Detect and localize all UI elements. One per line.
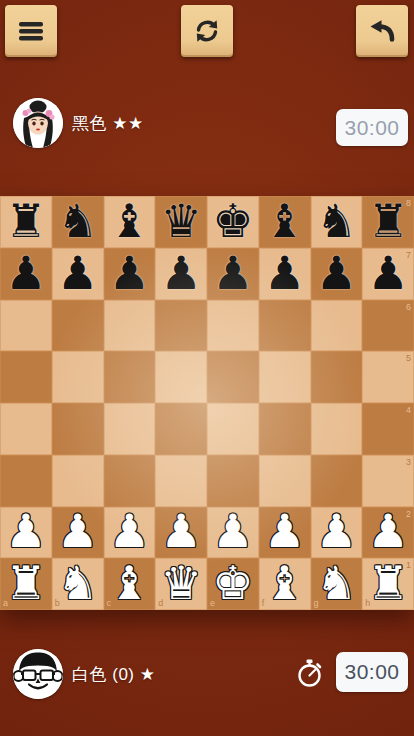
square-d4[interactable] (155, 403, 207, 455)
piece-white-knight[interactable]: ♞ (57, 560, 98, 606)
square-b2[interactable]: ♟ (52, 507, 104, 559)
square-a7[interactable]: ♟ (0, 248, 52, 300)
square-b3[interactable] (52, 455, 104, 507)
square-e6[interactable] (207, 300, 259, 352)
square-h7[interactable]: ♟7 (362, 248, 414, 300)
square-d6[interactable] (155, 300, 207, 352)
square-h8[interactable]: ♜8 (362, 196, 414, 248)
undo-back-arrow-icon (368, 17, 396, 45)
refresh-sync-icon (193, 17, 221, 45)
square-c6[interactable] (104, 300, 156, 352)
square-f3[interactable] (259, 455, 311, 507)
square-f2[interactable]: ♟ (259, 507, 311, 559)
chess-board[interactable]: ♜♞♝♛♚♝♞♜8♟♟♟♟♟♟♟♟76543♟♟♟♟♟♟♟♟2♜a♞b♝c♛d♚… (0, 196, 414, 610)
square-h1[interactable]: ♜1h (362, 558, 414, 610)
square-f5[interactable] (259, 351, 311, 403)
square-b6[interactable] (52, 300, 104, 352)
piece-black-pawn[interactable]: ♟ (109, 250, 150, 296)
piece-white-pawn[interactable]: ♟ (368, 508, 409, 554)
square-f8[interactable]: ♝ (259, 196, 311, 248)
piece-white-knight[interactable]: ♞ (316, 560, 357, 606)
square-e7[interactable]: ♟ (207, 248, 259, 300)
square-e1[interactable]: ♚e (207, 558, 259, 610)
piece-black-king[interactable]: ♚ (212, 198, 253, 244)
square-f7[interactable]: ♟ (259, 248, 311, 300)
piece-black-knight[interactable]: ♞ (316, 198, 357, 244)
square-b5[interactable] (52, 351, 104, 403)
square-g3[interactable] (311, 455, 363, 507)
square-h5[interactable]: 5 (362, 351, 414, 403)
square-a1[interactable]: ♜a (0, 558, 52, 610)
piece-black-pawn[interactable]: ♟ (57, 250, 98, 296)
boy-avatar-illustration (13, 649, 63, 699)
sync-button[interactable] (181, 5, 233, 57)
square-b8[interactable]: ♞ (52, 196, 104, 248)
white-player-avatar (13, 649, 63, 699)
piece-white-pawn[interactable]: ♟ (109, 508, 150, 554)
square-f6[interactable] (259, 300, 311, 352)
black-player-clock: 30:00 (336, 109, 408, 146)
square-c2[interactable]: ♟ (104, 507, 156, 559)
piece-white-rook[interactable]: ♜ (368, 560, 409, 606)
square-g4[interactable] (311, 403, 363, 455)
rank-label-5: 5 (406, 354, 411, 363)
piece-white-pawn[interactable]: ♟ (264, 508, 305, 554)
white-player-name: 白色 (0) ★ (72, 647, 155, 701)
piece-black-pawn[interactable]: ♟ (264, 250, 305, 296)
square-b7[interactable]: ♟ (52, 248, 104, 300)
piece-black-pawn[interactable]: ♟ (5, 250, 46, 296)
square-g7[interactable]: ♟ (311, 248, 363, 300)
rank-label-4: 4 (406, 406, 411, 415)
square-b4[interactable] (52, 403, 104, 455)
square-a4[interactable] (0, 403, 52, 455)
square-h2[interactable]: ♟2 (362, 507, 414, 559)
square-e4[interactable] (207, 403, 259, 455)
square-g6[interactable] (311, 300, 363, 352)
piece-black-bishop[interactable]: ♝ (109, 198, 150, 244)
square-e3[interactable] (207, 455, 259, 507)
square-e2[interactable]: ♟ (207, 507, 259, 559)
square-e5[interactable] (207, 351, 259, 403)
piece-white-pawn[interactable]: ♟ (212, 508, 253, 554)
square-c8[interactable]: ♝ (104, 196, 156, 248)
piece-black-pawn[interactable]: ♟ (368, 250, 409, 296)
square-a5[interactable] (0, 351, 52, 403)
piece-black-rook[interactable]: ♜ (368, 198, 409, 244)
stopwatch-icon (294, 657, 326, 689)
piece-white-rook[interactable]: ♜ (5, 560, 46, 606)
square-g8[interactable]: ♞ (311, 196, 363, 248)
square-d3[interactable] (155, 455, 207, 507)
white-player-clock: 30:00 (336, 652, 408, 692)
piece-white-pawn[interactable]: ♟ (57, 508, 98, 554)
piece-white-pawn[interactable]: ♟ (316, 508, 357, 554)
piece-black-bishop[interactable]: ♝ (264, 198, 305, 244)
square-d7[interactable]: ♟ (155, 248, 207, 300)
square-f4[interactable] (259, 403, 311, 455)
piece-black-knight[interactable]: ♞ (57, 198, 98, 244)
square-c3[interactable] (104, 455, 156, 507)
piece-white-pawn[interactable]: ♟ (5, 508, 46, 554)
black-player-name: 黑色 ★★ (72, 96, 144, 150)
undo-button[interactable] (356, 5, 408, 57)
square-a3[interactable] (0, 455, 52, 507)
square-h4[interactable]: 4 (362, 403, 414, 455)
square-d5[interactable] (155, 351, 207, 403)
square-c4[interactable] (104, 403, 156, 455)
square-h6[interactable]: 6 (362, 300, 414, 352)
girl-avatar-illustration (13, 98, 63, 148)
square-g1[interactable]: ♞g (311, 558, 363, 610)
white-player-row: 白色 (0) ★ 30:00 (0, 647, 414, 701)
piece-black-pawn[interactable]: ♟ (161, 250, 202, 296)
square-b1[interactable]: ♞b (52, 558, 104, 610)
square-c7[interactable]: ♟ (104, 248, 156, 300)
square-g5[interactable] (311, 351, 363, 403)
piece-white-queen[interactable]: ♛ (161, 560, 202, 606)
square-c1[interactable]: ♝c (104, 558, 156, 610)
black-player-row: 黑色 ★★ 30:00 (0, 96, 414, 150)
piece-white-bishop[interactable]: ♝ (264, 560, 305, 606)
black-player-avatar (13, 98, 63, 148)
piece-black-pawn[interactable]: ♟ (316, 250, 357, 296)
square-c5[interactable] (104, 351, 156, 403)
square-e8[interactable]: ♚ (207, 196, 259, 248)
piece-black-rook[interactable]: ♜ (5, 198, 46, 244)
square-a6[interactable] (0, 300, 52, 352)
piece-white-bishop[interactable]: ♝ (109, 560, 150, 606)
piece-black-queen[interactable]: ♛ (161, 198, 202, 244)
piece-white-king[interactable]: ♚ (212, 560, 253, 606)
rank-label-6: 6 (406, 303, 411, 312)
square-a8[interactable]: ♜ (0, 196, 52, 248)
square-d8[interactable]: ♛ (155, 196, 207, 248)
piece-black-pawn[interactable]: ♟ (212, 250, 253, 296)
square-f1[interactable]: ♝f (259, 558, 311, 610)
rank-label-3: 3 (406, 458, 411, 467)
square-d2[interactable]: ♟ (155, 507, 207, 559)
menu-button[interactable] (5, 5, 57, 57)
square-a2[interactable]: ♟ (0, 507, 52, 559)
square-h3[interactable]: 3 (362, 455, 414, 507)
piece-white-pawn[interactable]: ♟ (161, 508, 202, 554)
square-g2[interactable]: ♟ (311, 507, 363, 559)
hamburger-menu-icon (17, 17, 45, 45)
square-d1[interactable]: ♛d (155, 558, 207, 610)
